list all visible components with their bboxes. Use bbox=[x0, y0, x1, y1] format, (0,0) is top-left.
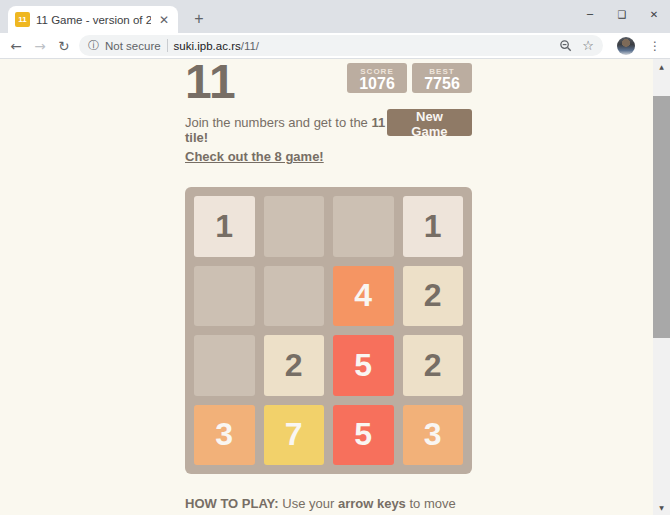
score-value: 1076 bbox=[347, 76, 407, 92]
tile-1: 1 bbox=[194, 196, 255, 257]
browser-menu-icon[interactable]: ⋮ bbox=[649, 39, 661, 53]
new-game-button[interactable]: New Game bbox=[387, 109, 472, 136]
window-close-button[interactable]: ✕ bbox=[638, 0, 670, 30]
empty-cell bbox=[194, 266, 255, 327]
browser-toolbar: ← → ↻ ⓘ Not secure suki.ipb.ac.rs/11/ ☆ … bbox=[0, 33, 670, 59]
omnibox-separator bbox=[167, 39, 168, 52]
tile-3: 3 bbox=[194, 405, 255, 466]
tile-1: 1 bbox=[403, 196, 464, 257]
tile-2: 2 bbox=[403, 266, 464, 327]
url-path: /11/ bbox=[241, 40, 259, 52]
score-box: SCORE 1076 bbox=[347, 63, 407, 93]
scrollbar-up-icon[interactable]: ▲ bbox=[653, 59, 670, 74]
address-bar[interactable]: ⓘ Not secure suki.ipb.ac.rs/11/ ☆ bbox=[79, 35, 603, 56]
tab-favicon-icon: 11 bbox=[15, 12, 30, 27]
empty-cell bbox=[264, 196, 325, 257]
refresh-icon[interactable]: ↻ bbox=[55, 38, 73, 54]
best-value: 7756 bbox=[412, 76, 472, 92]
zoom-icon[interactable] bbox=[559, 39, 572, 52]
tile-2: 2 bbox=[403, 335, 464, 396]
browser-tab[interactable]: 11 11 Game - version of 2048 game ✕ bbox=[8, 6, 178, 33]
browser-tab-bar: 11 11 Game - version of 2048 game ✕ + ─ … bbox=[0, 0, 670, 33]
tab-title: 11 Game - version of 2048 game bbox=[36, 14, 151, 26]
forward-icon[interactable]: → bbox=[31, 38, 49, 54]
bookmark-star-icon[interactable]: ☆ bbox=[582, 39, 594, 52]
tile-5: 5 bbox=[333, 335, 394, 396]
window-maximize-button[interactable]: ❑ bbox=[606, 0, 638, 30]
intro-text: Join the numbers and get to the 11 tile! bbox=[185, 115, 387, 145]
game-board[interactable]: 11422523753 bbox=[185, 187, 472, 474]
tile-7: 7 bbox=[264, 405, 325, 466]
not-secure-label: Not secure bbox=[105, 40, 161, 52]
tile-5: 5 bbox=[333, 405, 394, 466]
tab-close-icon[interactable]: ✕ bbox=[157, 14, 171, 26]
page-title: 11 bbox=[185, 61, 236, 103]
tile-2: 2 bbox=[264, 335, 325, 396]
back-icon[interactable]: ← bbox=[7, 38, 25, 54]
scrollbar-down-icon[interactable]: ▼ bbox=[653, 500, 670, 515]
best-box: BEST 7756 bbox=[412, 63, 472, 93]
tile-4: 4 bbox=[333, 266, 394, 327]
other-game-link[interactable]: Check out the 8 game! bbox=[185, 149, 324, 164]
profile-avatar[interactable] bbox=[617, 37, 635, 55]
url-text: suki.ipb.ac.rs/11/ bbox=[174, 40, 259, 52]
empty-cell bbox=[194, 335, 255, 396]
url-host: suki.ipb.ac.rs bbox=[174, 40, 241, 52]
new-tab-button[interactable]: + bbox=[187, 7, 211, 31]
window-minimize-button[interactable]: ─ bbox=[574, 0, 606, 30]
empty-cell bbox=[264, 266, 325, 327]
tile-3: 3 bbox=[403, 405, 464, 466]
how-to-play-text: HOW TO PLAY: Use your arrow keys to move… bbox=[185, 494, 472, 515]
empty-cell bbox=[333, 196, 394, 257]
page-scrollbar[interactable]: ▲ ▼ bbox=[653, 59, 670, 515]
scrollbar-thumb[interactable] bbox=[653, 96, 670, 338]
info-icon[interactable]: ⓘ bbox=[88, 38, 99, 53]
page-viewport: 11 SCORE 1076 BEST 7756 Join the numbers… bbox=[0, 59, 670, 515]
